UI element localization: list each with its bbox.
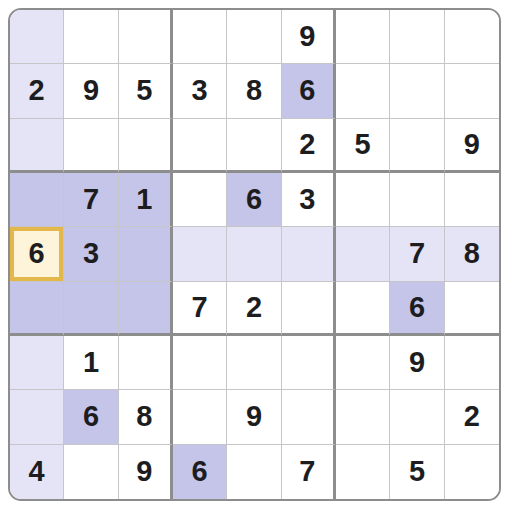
cell-r7c6[interactable]	[282, 336, 336, 390]
cell-r2c9[interactable]	[445, 64, 499, 118]
cell-r3c1[interactable]	[10, 119, 64, 173]
cell-r1c9[interactable]	[445, 10, 499, 64]
cell-r4c5[interactable]: 6	[227, 173, 281, 227]
cell-r7c4[interactable]	[173, 336, 227, 390]
cell-r1c4[interactable]	[173, 10, 227, 64]
cell-r2c8[interactable]	[390, 64, 444, 118]
cell-r4c7[interactable]	[336, 173, 390, 227]
cell-r3c2[interactable]	[64, 119, 118, 173]
cell-r8c1[interactable]	[10, 390, 64, 444]
cell-r8c6[interactable]	[282, 390, 336, 444]
cell-r2c7[interactable]	[336, 64, 390, 118]
sudoku-board: 92953862597163637872619689249675	[8, 8, 501, 501]
cell-r4c1[interactable]	[10, 173, 64, 227]
cell-r2c2[interactable]: 9	[64, 64, 118, 118]
cell-r8c9[interactable]: 2	[445, 390, 499, 444]
cell-r2c6[interactable]: 6	[282, 64, 336, 118]
cell-r8c2[interactable]: 6	[64, 390, 118, 444]
cell-r1c5[interactable]	[227, 10, 281, 64]
cell-r2c1[interactable]: 2	[10, 64, 64, 118]
cell-r4c9[interactable]	[445, 173, 499, 227]
cell-r7c9[interactable]	[445, 336, 499, 390]
cell-r6c4[interactable]: 7	[173, 282, 227, 336]
cell-r5c3[interactable]	[119, 227, 173, 281]
cell-r3c3[interactable]	[119, 119, 173, 173]
cell-r6c5[interactable]: 2	[227, 282, 281, 336]
cell-r8c3[interactable]: 8	[119, 390, 173, 444]
cell-r8c7[interactable]	[336, 390, 390, 444]
cell-r5c9[interactable]: 8	[445, 227, 499, 281]
cell-r5c5[interactable]	[227, 227, 281, 281]
cell-r1c2[interactable]	[64, 10, 118, 64]
cell-r4c2[interactable]: 7	[64, 173, 118, 227]
cell-r7c1[interactable]	[10, 336, 64, 390]
cell-r9c9[interactable]	[445, 445, 499, 499]
cell-r9c3[interactable]: 9	[119, 445, 173, 499]
cell-r7c2[interactable]: 1	[64, 336, 118, 390]
cell-r6c2[interactable]	[64, 282, 118, 336]
cell-r5c4[interactable]	[173, 227, 227, 281]
cell-r6c8[interactable]: 6	[390, 282, 444, 336]
cell-r4c4[interactable]	[173, 173, 227, 227]
cell-r5c6[interactable]	[282, 227, 336, 281]
cell-r1c6[interactable]: 9	[282, 10, 336, 64]
cell-r2c4[interactable]: 3	[173, 64, 227, 118]
cell-r9c6[interactable]: 7	[282, 445, 336, 499]
cell-r6c7[interactable]	[336, 282, 390, 336]
cell-r3c4[interactable]	[173, 119, 227, 173]
cell-r5c7[interactable]	[336, 227, 390, 281]
cell-r9c7[interactable]	[336, 445, 390, 499]
cell-r9c2[interactable]	[64, 445, 118, 499]
cell-r3c7[interactable]: 5	[336, 119, 390, 173]
cell-r2c5[interactable]: 8	[227, 64, 281, 118]
cell-r7c7[interactable]	[336, 336, 390, 390]
cell-r6c9[interactable]	[445, 282, 499, 336]
cell-r9c5[interactable]	[227, 445, 281, 499]
cell-r5c2[interactable]: 3	[64, 227, 118, 281]
cell-r2c3[interactable]: 5	[119, 64, 173, 118]
cell-r9c4[interactable]: 6	[173, 445, 227, 499]
cell-r3c9[interactable]: 9	[445, 119, 499, 173]
cell-r1c7[interactable]	[336, 10, 390, 64]
sudoku-app: 92953862597163637872619689249675	[0, 0, 509, 509]
cell-r5c8[interactable]: 7	[390, 227, 444, 281]
cell-r8c8[interactable]	[390, 390, 444, 444]
cell-r4c8[interactable]	[390, 173, 444, 227]
cell-r8c5[interactable]: 9	[227, 390, 281, 444]
cell-r7c5[interactable]	[227, 336, 281, 390]
cell-r3c8[interactable]	[390, 119, 444, 173]
cell-r6c6[interactable]	[282, 282, 336, 336]
cell-r3c5[interactable]	[227, 119, 281, 173]
cell-r6c1[interactable]	[10, 282, 64, 336]
cell-r8c4[interactable]	[173, 390, 227, 444]
cell-r1c8[interactable]	[390, 10, 444, 64]
cell-r1c3[interactable]	[119, 10, 173, 64]
cell-r4c3[interactable]: 1	[119, 173, 173, 227]
cell-r3c6[interactable]: 2	[282, 119, 336, 173]
cell-r9c8[interactable]: 5	[390, 445, 444, 499]
cell-r7c3[interactable]	[119, 336, 173, 390]
cell-r1c1[interactable]	[10, 10, 64, 64]
cell-r9c1[interactable]: 4	[10, 445, 64, 499]
cell-r6c3[interactable]	[119, 282, 173, 336]
cell-r4c6[interactable]: 3	[282, 173, 336, 227]
cell-r5c1[interactable]: 6	[10, 227, 64, 281]
cell-r7c8[interactable]: 9	[390, 336, 444, 390]
